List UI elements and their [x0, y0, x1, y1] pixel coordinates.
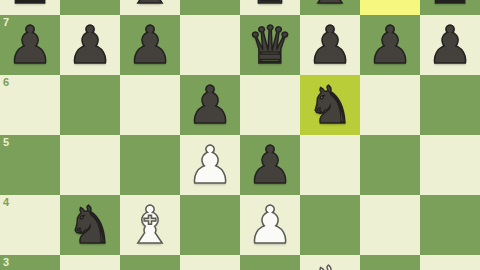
- square-d3[interactable]: [180, 255, 240, 270]
- rank-label-3: 3: [3, 256, 9, 268]
- board-viewport: ♜♝♚♝♜7♟♟♟♛♟♟♟6♟♞5♟♟4♞♝♟3♞: [0, 0, 480, 270]
- square-d8[interactable]: [180, 0, 240, 15]
- square-e8[interactable]: ♚: [240, 0, 300, 15]
- square-b6[interactable]: [60, 75, 120, 135]
- chess-board: ♜♝♚♝♜7♟♟♟♛♟♟♟6♟♞5♟♟4♞♝♟3♞: [0, 0, 480, 270]
- black-bishop[interactable]: ♝: [120, 0, 180, 15]
- square-b5[interactable]: [60, 135, 120, 195]
- square-b8[interactable]: [60, 0, 120, 15]
- square-a5[interactable]: 5: [0, 135, 60, 195]
- black-pawn[interactable]: ♟: [120, 15, 180, 75]
- rank-label-5: 5: [3, 136, 9, 148]
- black-knight[interactable]: ♞: [60, 195, 120, 255]
- black-pawn[interactable]: ♟: [420, 15, 480, 75]
- black-queen[interactable]: ♛: [240, 15, 300, 75]
- square-e3[interactable]: [240, 255, 300, 270]
- square-h7[interactable]: ♟: [420, 15, 480, 75]
- square-f4[interactable]: [300, 195, 360, 255]
- square-h3[interactable]: [420, 255, 480, 270]
- white-pawn[interactable]: ♟: [240, 195, 300, 255]
- black-rook[interactable]: ♜: [0, 0, 60, 15]
- square-b7[interactable]: ♟: [60, 15, 120, 75]
- square-a6[interactable]: 6: [0, 75, 60, 135]
- black-knight[interactable]: ♞: [300, 75, 360, 135]
- black-rook[interactable]: ♜: [420, 0, 480, 15]
- black-pawn[interactable]: ♟: [0, 15, 60, 75]
- square-h5[interactable]: [420, 135, 480, 195]
- rank-label-6: 6: [3, 76, 9, 88]
- square-f8[interactable]: ♝: [300, 0, 360, 15]
- square-e7[interactable]: ♛: [240, 15, 300, 75]
- square-e5[interactable]: ♟: [240, 135, 300, 195]
- square-f7[interactable]: ♟: [300, 15, 360, 75]
- white-pawn[interactable]: ♟: [180, 135, 240, 195]
- square-a7[interactable]: 7♟: [0, 15, 60, 75]
- square-g4[interactable]: [360, 195, 420, 255]
- square-c7[interactable]: ♟: [120, 15, 180, 75]
- square-g7[interactable]: ♟: [360, 15, 420, 75]
- square-c4[interactable]: ♝: [120, 195, 180, 255]
- square-f6[interactable]: ♞: [300, 75, 360, 135]
- black-pawn[interactable]: ♟: [360, 15, 420, 75]
- white-bishop[interactable]: ♝: [120, 195, 180, 255]
- square-d6[interactable]: ♟: [180, 75, 240, 135]
- square-g6[interactable]: [360, 75, 420, 135]
- square-a3[interactable]: 3: [0, 255, 60, 270]
- square-h4[interactable]: [420, 195, 480, 255]
- square-b3[interactable]: [60, 255, 120, 270]
- square-h6[interactable]: [420, 75, 480, 135]
- square-c8[interactable]: ♝: [120, 0, 180, 15]
- square-b4[interactable]: ♞: [60, 195, 120, 255]
- rank-label-4: 4: [3, 196, 9, 208]
- square-a8[interactable]: ♜: [0, 0, 60, 15]
- black-bishop[interactable]: ♝: [300, 0, 360, 15]
- square-f3[interactable]: ♞: [300, 255, 360, 270]
- black-pawn[interactable]: ♟: [300, 15, 360, 75]
- square-e6[interactable]: [240, 75, 300, 135]
- square-c5[interactable]: [120, 135, 180, 195]
- square-a4[interactable]: 4: [0, 195, 60, 255]
- square-c6[interactable]: [120, 75, 180, 135]
- square-c3[interactable]: [120, 255, 180, 270]
- square-g3[interactable]: [360, 255, 420, 270]
- white-knight[interactable]: ♞: [300, 255, 360, 270]
- square-h8[interactable]: ♜: [420, 0, 480, 15]
- square-g8[interactable]: [360, 0, 420, 15]
- square-d7[interactable]: [180, 15, 240, 75]
- square-e4[interactable]: ♟: [240, 195, 300, 255]
- square-f5[interactable]: [300, 135, 360, 195]
- square-g5[interactable]: [360, 135, 420, 195]
- black-pawn[interactable]: ♟: [240, 135, 300, 195]
- square-d4[interactable]: [180, 195, 240, 255]
- black-pawn[interactable]: ♟: [180, 75, 240, 135]
- black-king[interactable]: ♚: [240, 0, 300, 15]
- black-pawn[interactable]: ♟: [60, 15, 120, 75]
- square-d5[interactable]: ♟: [180, 135, 240, 195]
